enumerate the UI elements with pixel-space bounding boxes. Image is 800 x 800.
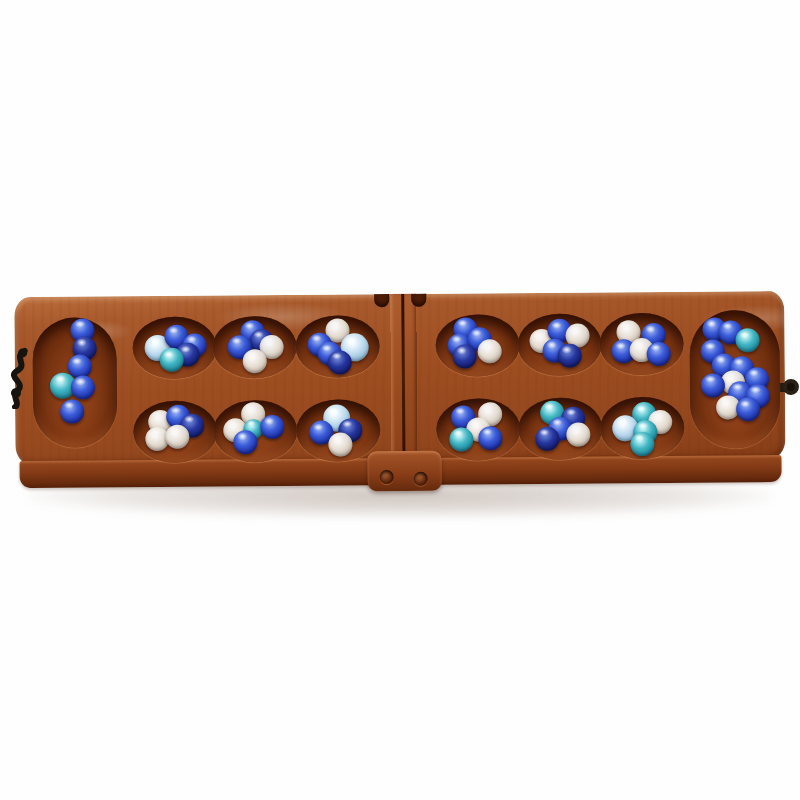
stone-blue — [736, 398, 760, 422]
stone-blue — [478, 426, 502, 450]
hinge-screw-right — [414, 472, 428, 486]
product-photo-background — [0, 0, 800, 800]
stone-navy — [327, 350, 351, 374]
hinge-block — [367, 451, 441, 492]
hinge-screw-left — [380, 470, 394, 484]
stone-clear — [165, 425, 189, 449]
stone-blue — [701, 373, 725, 397]
stone-clear — [243, 349, 267, 373]
stone-blue — [646, 342, 670, 366]
stone-navy — [452, 345, 476, 369]
stone-teal — [159, 348, 183, 372]
stone-blue — [260, 415, 284, 439]
stone-clear — [477, 339, 501, 363]
stone-blue — [60, 399, 84, 423]
hinge-seam — [390, 294, 417, 462]
stone-clear — [328, 432, 352, 456]
stone-blue — [233, 430, 257, 454]
stone-teal — [735, 329, 759, 353]
mancala-board — [14, 291, 786, 497]
latch-left-hardware — [3, 347, 33, 409]
stone-navy — [535, 427, 559, 451]
